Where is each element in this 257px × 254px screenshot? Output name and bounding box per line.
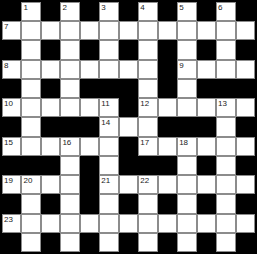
white-cell-r11c8[interactable]: [158, 214, 177, 233]
black-cell-r10c0: [2, 194, 21, 213]
black-cell-r4c2: [41, 79, 60, 98]
black-cell-r6c8: [158, 117, 177, 136]
black-cell-r3c8: [158, 60, 177, 79]
white-cell-r0c9[interactable]: 5: [177, 2, 196, 21]
white-cell-r7c12[interactable]: [236, 137, 255, 156]
white-cell-r5c1[interactable]: [21, 98, 40, 117]
white-cell-r7c3[interactable]: 16: [60, 137, 79, 156]
black-cell-r12c6: [119, 233, 138, 252]
white-cell-r5c4[interactable]: [80, 98, 99, 117]
white-cell-r2c7[interactable]: [138, 40, 157, 59]
black-cell-r12c4: [80, 233, 99, 252]
white-cell-r1c11[interactable]: [216, 21, 235, 40]
clue-number: 23: [4, 215, 13, 224]
white-cell-r5c0[interactable]: 10: [2, 98, 21, 117]
white-cell-r3c5[interactable]: [99, 60, 118, 79]
clue-number: 10: [4, 99, 13, 108]
white-cell-r12c3[interactable]: [60, 233, 79, 252]
black-cell-r8c4: [80, 156, 99, 175]
white-cell-r9c8[interactable]: [158, 175, 177, 194]
white-cell-r7c11[interactable]: [216, 137, 235, 156]
white-cell-r2c9[interactable]: [177, 40, 196, 59]
white-cell-r4c7[interactable]: [138, 79, 157, 98]
white-cell-r6c11[interactable]: [216, 117, 235, 136]
white-cell-r2c3[interactable]: [60, 40, 79, 59]
black-cell-r8c6: [119, 156, 138, 175]
clue-number: 5: [179, 3, 183, 12]
white-cell-r8c5[interactable]: [99, 156, 118, 175]
white-cell-r3c4[interactable]: [80, 60, 99, 79]
black-cell-r6c4: [80, 117, 99, 136]
white-cell-r11c11[interactable]: [216, 214, 235, 233]
black-cell-r2c2: [41, 40, 60, 59]
black-cell-r6c9: [177, 117, 196, 136]
black-cell-r0c8: [158, 2, 177, 21]
white-cell-r5c12[interactable]: [236, 98, 255, 117]
white-cell-r12c5[interactable]: [99, 233, 118, 252]
black-cell-r6c12: [236, 117, 255, 136]
clue-number: 21: [101, 176, 110, 185]
white-cell-r9c3[interactable]: [60, 175, 79, 194]
white-cell-r7c5[interactable]: [99, 137, 118, 156]
crossword-grid: 1234567891011121314151617181920212223: [0, 0, 257, 254]
black-cell-r6c3: [60, 117, 79, 136]
black-cell-r4c4: [80, 79, 99, 98]
white-cell-r5c5[interactable]: 11: [99, 98, 118, 117]
white-cell-r7c8[interactable]: [158, 137, 177, 156]
white-cell-r11c6[interactable]: [119, 214, 138, 233]
crossword-page: 1234567891011121314151617181920212223: [0, 0, 257, 254]
white-cell-r7c0[interactable]: 15: [2, 137, 21, 156]
white-cell-r7c10[interactable]: [197, 137, 216, 156]
white-cell-r9c1[interactable]: 20: [21, 175, 40, 194]
white-cell-r5c10[interactable]: [197, 98, 216, 117]
white-cell-r1c4[interactable]: [80, 21, 99, 40]
white-cell-r8c11[interactable]: [216, 156, 235, 175]
white-cell-r10c3[interactable]: [60, 194, 79, 213]
black-cell-r0c12: [236, 2, 255, 21]
black-cell-r12c10: [197, 233, 216, 252]
white-cell-r9c0[interactable]: 19: [2, 175, 21, 194]
white-cell-r1c1[interactable]: [21, 21, 40, 40]
white-cell-r7c4[interactable]: [80, 137, 99, 156]
black-cell-r2c0: [2, 40, 21, 59]
white-cell-r11c10[interactable]: [197, 214, 216, 233]
white-cell-r5c11[interactable]: 13: [216, 98, 235, 117]
black-cell-r2c6: [119, 40, 138, 59]
black-cell-r10c12: [236, 194, 255, 213]
white-cell-r9c6[interactable]: [119, 175, 138, 194]
clue-number: 2: [62, 3, 66, 12]
white-cell-r11c7[interactable]: [138, 214, 157, 233]
white-cell-r9c12[interactable]: [236, 175, 255, 194]
black-cell-r9c4: [80, 175, 99, 194]
white-cell-r1c0[interactable]: 7: [2, 21, 21, 40]
black-cell-r6c2: [41, 117, 60, 136]
white-cell-r7c2[interactable]: [41, 137, 60, 156]
white-cell-r5c7[interactable]: 12: [138, 98, 157, 117]
white-cell-r1c10[interactable]: [197, 21, 216, 40]
white-cell-r11c0[interactable]: 23: [2, 214, 21, 233]
white-cell-r9c5[interactable]: 21: [99, 175, 118, 194]
white-cell-r3c3[interactable]: [60, 60, 79, 79]
black-cell-r8c1: [21, 156, 40, 175]
white-cell-r9c2[interactable]: [41, 175, 60, 194]
white-cell-r7c1[interactable]: [21, 137, 40, 156]
white-cell-r11c2[interactable]: [41, 214, 60, 233]
white-cell-r0c7[interactable]: 4: [138, 2, 157, 21]
white-cell-r2c11[interactable]: [216, 40, 235, 59]
white-cell-r0c5[interactable]: 3: [99, 2, 118, 21]
white-cell-r5c8[interactable]: [158, 98, 177, 117]
white-cell-r11c12[interactable]: [236, 214, 255, 233]
black-cell-r12c8: [158, 233, 177, 252]
clue-number: 14: [101, 118, 110, 127]
black-cell-r8c0: [2, 156, 21, 175]
white-cell-r6c5[interactable]: 14: [99, 117, 118, 136]
white-cell-r5c3[interactable]: [60, 98, 79, 117]
white-cell-r7c9[interactable]: 18: [177, 137, 196, 156]
white-cell-r9c11[interactable]: [216, 175, 235, 194]
clue-number: 22: [140, 176, 149, 185]
black-cell-r0c6: [119, 2, 138, 21]
black-cell-r0c4: [80, 2, 99, 21]
white-cell-r1c12[interactable]: [236, 21, 255, 40]
clue-number: 17: [140, 138, 149, 147]
black-cell-r2c8: [158, 40, 177, 59]
white-cell-r11c5[interactable]: [99, 214, 118, 233]
white-cell-r4c9[interactable]: [177, 79, 196, 98]
black-cell-r2c4: [80, 40, 99, 59]
black-cell-r0c2: [41, 2, 60, 21]
black-cell-r4c10: [197, 79, 216, 98]
white-cell-r4c1[interactable]: [21, 79, 40, 98]
white-cell-r2c1[interactable]: [21, 40, 40, 59]
black-cell-r0c0: [2, 2, 21, 21]
black-cell-r10c10: [197, 194, 216, 213]
black-cell-r0c10: [197, 2, 216, 21]
white-cell-r9c10[interactable]: [197, 175, 216, 194]
white-cell-r10c11[interactable]: [216, 194, 235, 213]
white-cell-r5c9[interactable]: [177, 98, 196, 117]
white-cell-r10c9[interactable]: [177, 194, 196, 213]
white-cell-r12c1[interactable]: [21, 233, 40, 252]
clue-number: 13: [218, 99, 227, 108]
white-cell-r3c7[interactable]: [138, 60, 157, 79]
white-cell-r5c2[interactable]: [41, 98, 60, 117]
black-cell-r10c2: [41, 194, 60, 213]
white-cell-r12c7[interactable]: [138, 233, 157, 252]
black-cell-r5c6: [119, 98, 138, 117]
black-cell-r12c0: [2, 233, 21, 252]
white-cell-r8c3[interactable]: [60, 156, 79, 175]
white-cell-r1c5[interactable]: [99, 21, 118, 40]
clue-number: 6: [218, 3, 222, 12]
white-cell-r11c3[interactable]: [60, 214, 79, 233]
white-cell-r3c10[interactable]: [197, 60, 216, 79]
black-cell-r8c2: [41, 156, 60, 175]
white-cell-r0c11[interactable]: 6: [216, 2, 235, 21]
black-cell-r8c8: [158, 156, 177, 175]
clue-number: 9: [179, 61, 183, 70]
white-cell-r1c7[interactable]: [138, 21, 157, 40]
white-cell-r10c5[interactable]: [99, 194, 118, 213]
white-cell-r9c9[interactable]: [177, 175, 196, 194]
white-cell-r12c11[interactable]: [216, 233, 235, 252]
black-cell-r4c11: [216, 79, 235, 98]
black-cell-r12c2: [41, 233, 60, 252]
white-cell-r3c6[interactable]: [119, 60, 138, 79]
clue-number: 11: [101, 99, 109, 108]
black-cell-r4c5: [99, 79, 118, 98]
white-cell-r3c11[interactable]: [216, 60, 235, 79]
white-cell-r6c7[interactable]: [138, 117, 157, 136]
clue-number: 1: [23, 3, 27, 12]
white-cell-r4c3[interactable]: [60, 79, 79, 98]
white-cell-r0c3[interactable]: 2: [60, 2, 79, 21]
black-cell-r10c8: [158, 194, 177, 213]
black-cell-r8c10: [197, 156, 216, 175]
black-cell-r10c4: [80, 194, 99, 213]
white-cell-r0c1[interactable]: 1: [21, 2, 40, 21]
black-cell-r10c6: [119, 194, 138, 213]
black-cell-r7c6: [119, 137, 138, 156]
white-cell-r11c9[interactable]: [177, 214, 196, 233]
white-cell-r6c6[interactable]: [119, 117, 138, 136]
white-cell-r8c9[interactable]: [177, 156, 196, 175]
white-cell-r3c2[interactable]: [41, 60, 60, 79]
white-cell-r1c8[interactable]: [158, 21, 177, 40]
white-cell-r6c1[interactable]: [21, 117, 40, 136]
black-cell-r12c12: [236, 233, 255, 252]
clue-number: 18: [179, 138, 188, 147]
clue-number: 7: [4, 22, 8, 31]
black-cell-r8c7: [138, 156, 157, 175]
clue-number: 12: [140, 99, 149, 108]
black-cell-r6c10: [197, 117, 216, 136]
black-cell-r4c0: [2, 79, 21, 98]
black-cell-r2c10: [197, 40, 216, 59]
white-cell-r1c3[interactable]: [60, 21, 79, 40]
white-cell-r1c9[interactable]: [177, 21, 196, 40]
white-cell-r10c7[interactable]: [138, 194, 157, 213]
clue-number: 19: [4, 176, 13, 185]
white-cell-r10c1[interactable]: [21, 194, 40, 213]
clue-number: 15: [4, 138, 13, 147]
white-cell-r11c1[interactable]: [21, 214, 40, 233]
black-cell-r4c12: [236, 79, 255, 98]
black-cell-r6c0: [2, 117, 21, 136]
white-cell-r1c6[interactable]: [119, 21, 138, 40]
clue-number: 3: [101, 3, 105, 12]
black-cell-r8c12: [236, 156, 255, 175]
white-cell-r3c9[interactable]: 9: [177, 60, 196, 79]
white-cell-r9c7[interactable]: 22: [138, 175, 157, 194]
white-cell-r3c1[interactable]: [21, 60, 40, 79]
clue-number: 16: [62, 138, 71, 147]
clue-number: 8: [4, 61, 8, 70]
white-cell-r3c0[interactable]: 8: [2, 60, 21, 79]
clue-number: 4: [140, 3, 144, 12]
black-cell-r4c6: [119, 79, 138, 98]
white-cell-r12c9[interactable]: [177, 233, 196, 252]
black-cell-r4c8: [158, 79, 177, 98]
white-cell-r2c5[interactable]: [99, 40, 118, 59]
white-cell-r1c2[interactable]: [41, 21, 60, 40]
white-cell-r7c7[interactable]: 17: [138, 137, 157, 156]
black-cell-r2c12: [236, 40, 255, 59]
clue-number: 20: [23, 176, 32, 185]
white-cell-r11c4[interactable]: [80, 214, 99, 233]
white-cell-r3c12[interactable]: [236, 60, 255, 79]
